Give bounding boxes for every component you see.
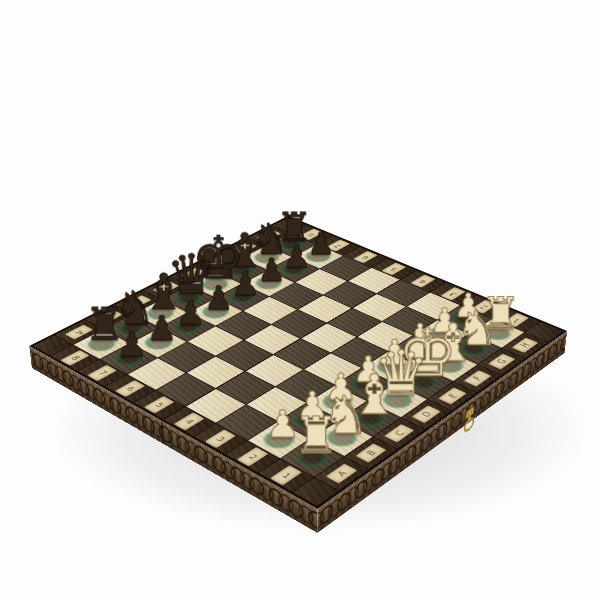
file-label-bottom-F: F <box>464 370 492 387</box>
coordinate-text: C <box>393 429 407 437</box>
coordinate-text: 5 <box>153 401 166 408</box>
rank-label-left-5: 5 <box>144 396 175 414</box>
coordinate-text: E <box>446 392 459 399</box>
rank-label-right-5: 5 <box>381 262 406 275</box>
coordinate-text: A <box>335 469 349 477</box>
coordinate-text: H <box>519 342 532 349</box>
file-label-bottom-H: H <box>512 337 539 352</box>
file-label-bottom-E: E <box>438 387 467 404</box>
rank-label-left-3: 3 <box>205 429 237 448</box>
coordinate-text: 4 <box>183 418 196 425</box>
coordinate-text: 1 <box>280 471 293 479</box>
file-label-bottom-D: D <box>412 405 442 423</box>
black-pawn: ♟ <box>175 298 205 328</box>
black-pawn: ♟ <box>146 313 177 344</box>
coordinate-text: 2 <box>246 453 259 461</box>
file-label-bottom-B: B <box>356 443 387 462</box>
black-pawn: ♟ <box>231 269 260 298</box>
coordinate-text: G <box>495 358 508 365</box>
white-rook: ♜ <box>293 413 339 459</box>
product-photo: ABCDEFGH8♜♞♝♛♚♝♞♜87♟♟♟♟♟♟♟♟7665544332♟♟♟… <box>0 0 600 600</box>
file-label-bottom-A: A <box>326 463 358 483</box>
rank-label-right-6: 6 <box>353 251 378 263</box>
rank-label-left-1: 1 <box>270 465 302 485</box>
rank-label-left-2: 2 <box>237 447 269 467</box>
coordinate-text: 5 <box>389 266 399 271</box>
coordinate-text: 6 <box>124 385 136 392</box>
coordinate-text: 4 <box>418 278 428 283</box>
black-pawn: ♟ <box>257 256 286 285</box>
file-label-bottom-G: G <box>488 353 516 369</box>
rank-label-left-6: 6 <box>115 380 145 397</box>
coordinate-text: D <box>420 410 434 418</box>
rank-label-left-8: 8 <box>60 350 90 366</box>
coordinate-text: 8 <box>69 355 81 361</box>
rank-label-left-7: 7 <box>87 365 117 381</box>
coordinate-text: 7 <box>96 370 108 377</box>
black-pawn: ♟ <box>282 242 310 270</box>
coordinate-text: B <box>364 449 378 457</box>
coordinate-text: F <box>472 375 484 381</box>
coordinate-text: 6 <box>360 254 370 259</box>
coordinate-text: 3 <box>214 435 227 443</box>
file-label-bottom-C: C <box>384 424 414 443</box>
black-pawn: ♟ <box>203 283 233 313</box>
black-pawn: ♟ <box>116 329 147 360</box>
rank-label-left-4: 4 <box>174 412 205 430</box>
